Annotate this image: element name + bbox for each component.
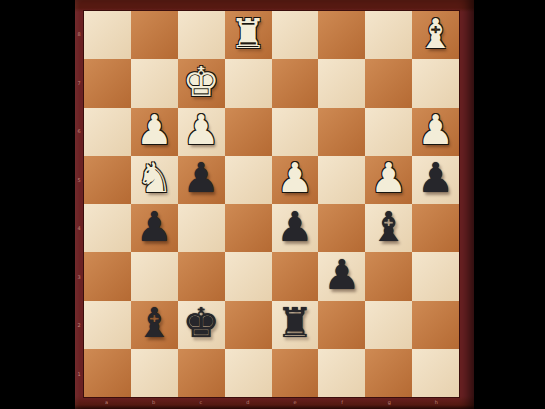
square-a1 xyxy=(84,349,131,397)
square-g2 xyxy=(365,301,412,349)
square-b5: ♞ xyxy=(131,156,178,204)
square-c1 xyxy=(178,349,225,397)
square-d5 xyxy=(225,156,272,204)
video-frame: 87654321 ♜♝♚♟♟♟♞♟♟♟♟♟♟♝♟♝♚♜ abcdefgh xyxy=(0,0,545,409)
square-g1 xyxy=(365,349,412,397)
black-pawn: ♟ xyxy=(277,207,314,248)
rank-labels: 87654321 xyxy=(75,10,83,398)
file-label-f: f xyxy=(319,398,366,408)
rank-label-2: 2 xyxy=(75,301,83,350)
square-f2 xyxy=(318,301,365,349)
square-h8: ♝ xyxy=(412,11,459,59)
square-h4 xyxy=(412,204,459,252)
black-pawn: ♟ xyxy=(323,255,360,296)
square-a6 xyxy=(84,108,131,156)
black-rook: ♜ xyxy=(277,303,314,344)
square-e8 xyxy=(272,11,319,59)
square-g4: ♝ xyxy=(365,204,412,252)
square-b7 xyxy=(131,59,178,107)
white-bishop: ♝ xyxy=(417,14,454,55)
square-b1 xyxy=(131,349,178,397)
file-label-d: d xyxy=(224,398,271,408)
square-e1 xyxy=(272,349,319,397)
square-b2: ♝ xyxy=(131,301,178,349)
square-e7 xyxy=(272,59,319,107)
black-pawn: ♟ xyxy=(136,207,173,248)
square-e6 xyxy=(272,108,319,156)
square-d6 xyxy=(225,108,272,156)
square-h3 xyxy=(412,252,459,300)
square-e3 xyxy=(272,252,319,300)
file-label-g: g xyxy=(366,398,413,408)
rank-label-4: 4 xyxy=(75,204,83,253)
square-a2 xyxy=(84,301,131,349)
white-pawn: ♟ xyxy=(136,110,173,151)
black-bishop: ♝ xyxy=(370,207,407,248)
letterbox-left xyxy=(0,0,75,409)
square-g6 xyxy=(365,108,412,156)
square-f1 xyxy=(318,349,365,397)
file-label-e: e xyxy=(272,398,319,408)
square-d8: ♜ xyxy=(225,11,272,59)
square-a8 xyxy=(84,11,131,59)
square-g8 xyxy=(365,11,412,59)
square-c2: ♚ xyxy=(178,301,225,349)
square-g7 xyxy=(365,59,412,107)
square-b8 xyxy=(131,11,178,59)
file-labels: abcdefgh xyxy=(83,398,460,408)
square-f8 xyxy=(318,11,365,59)
square-c5: ♟ xyxy=(178,156,225,204)
square-d7 xyxy=(225,59,272,107)
rank-label-5: 5 xyxy=(75,156,83,205)
black-pawn: ♟ xyxy=(183,158,220,199)
white-pawn: ♟ xyxy=(183,110,220,151)
square-c8 xyxy=(178,11,225,59)
black-king: ♚ xyxy=(183,303,220,344)
square-e2: ♜ xyxy=(272,301,319,349)
white-pawn: ♟ xyxy=(417,110,454,151)
rank-label-1: 1 xyxy=(75,350,83,399)
square-e5: ♟ xyxy=(272,156,319,204)
rank-label-7: 7 xyxy=(75,59,83,108)
square-b6: ♟ xyxy=(131,108,178,156)
square-f6 xyxy=(318,108,365,156)
square-g5: ♟ xyxy=(365,156,412,204)
square-a4 xyxy=(84,204,131,252)
square-g3 xyxy=(365,252,412,300)
white-king: ♚ xyxy=(183,62,220,103)
square-b3 xyxy=(131,252,178,300)
white-knight: ♞ xyxy=(136,158,173,199)
square-h2 xyxy=(412,301,459,349)
letterbox-right xyxy=(474,0,545,409)
square-h6: ♟ xyxy=(412,108,459,156)
square-d1 xyxy=(225,349,272,397)
black-pawn: ♟ xyxy=(417,158,454,199)
square-h5: ♟ xyxy=(412,156,459,204)
square-a7 xyxy=(84,59,131,107)
square-h7 xyxy=(412,59,459,107)
square-d2 xyxy=(225,301,272,349)
white-rook: ♜ xyxy=(230,14,267,55)
square-d4 xyxy=(225,204,272,252)
file-label-h: h xyxy=(413,398,460,408)
file-label-b: b xyxy=(130,398,177,408)
square-b4: ♟ xyxy=(131,204,178,252)
board-frame: 87654321 ♜♝♚♟♟♟♞♟♟♟♟♟♟♝♟♝♚♜ abcdefgh xyxy=(75,0,474,409)
white-pawn: ♟ xyxy=(370,158,407,199)
square-f4 xyxy=(318,204,365,252)
white-pawn: ♟ xyxy=(277,158,314,199)
file-label-a: a xyxy=(83,398,130,408)
square-f5 xyxy=(318,156,365,204)
square-h1 xyxy=(412,349,459,397)
square-c3 xyxy=(178,252,225,300)
square-a3 xyxy=(84,252,131,300)
square-a5 xyxy=(84,156,131,204)
file-label-c: c xyxy=(177,398,224,408)
square-c4 xyxy=(178,204,225,252)
square-f7 xyxy=(318,59,365,107)
rank-label-6: 6 xyxy=(75,107,83,156)
square-c7: ♚ xyxy=(178,59,225,107)
rank-label-8: 8 xyxy=(75,10,83,59)
rank-label-3: 3 xyxy=(75,253,83,302)
chess-board: ♜♝♚♟♟♟♞♟♟♟♟♟♟♝♟♝♚♜ xyxy=(83,10,460,398)
square-f3: ♟ xyxy=(318,252,365,300)
square-e4: ♟ xyxy=(272,204,319,252)
square-d3 xyxy=(225,252,272,300)
square-c6: ♟ xyxy=(178,108,225,156)
black-bishop: ♝ xyxy=(136,303,173,344)
